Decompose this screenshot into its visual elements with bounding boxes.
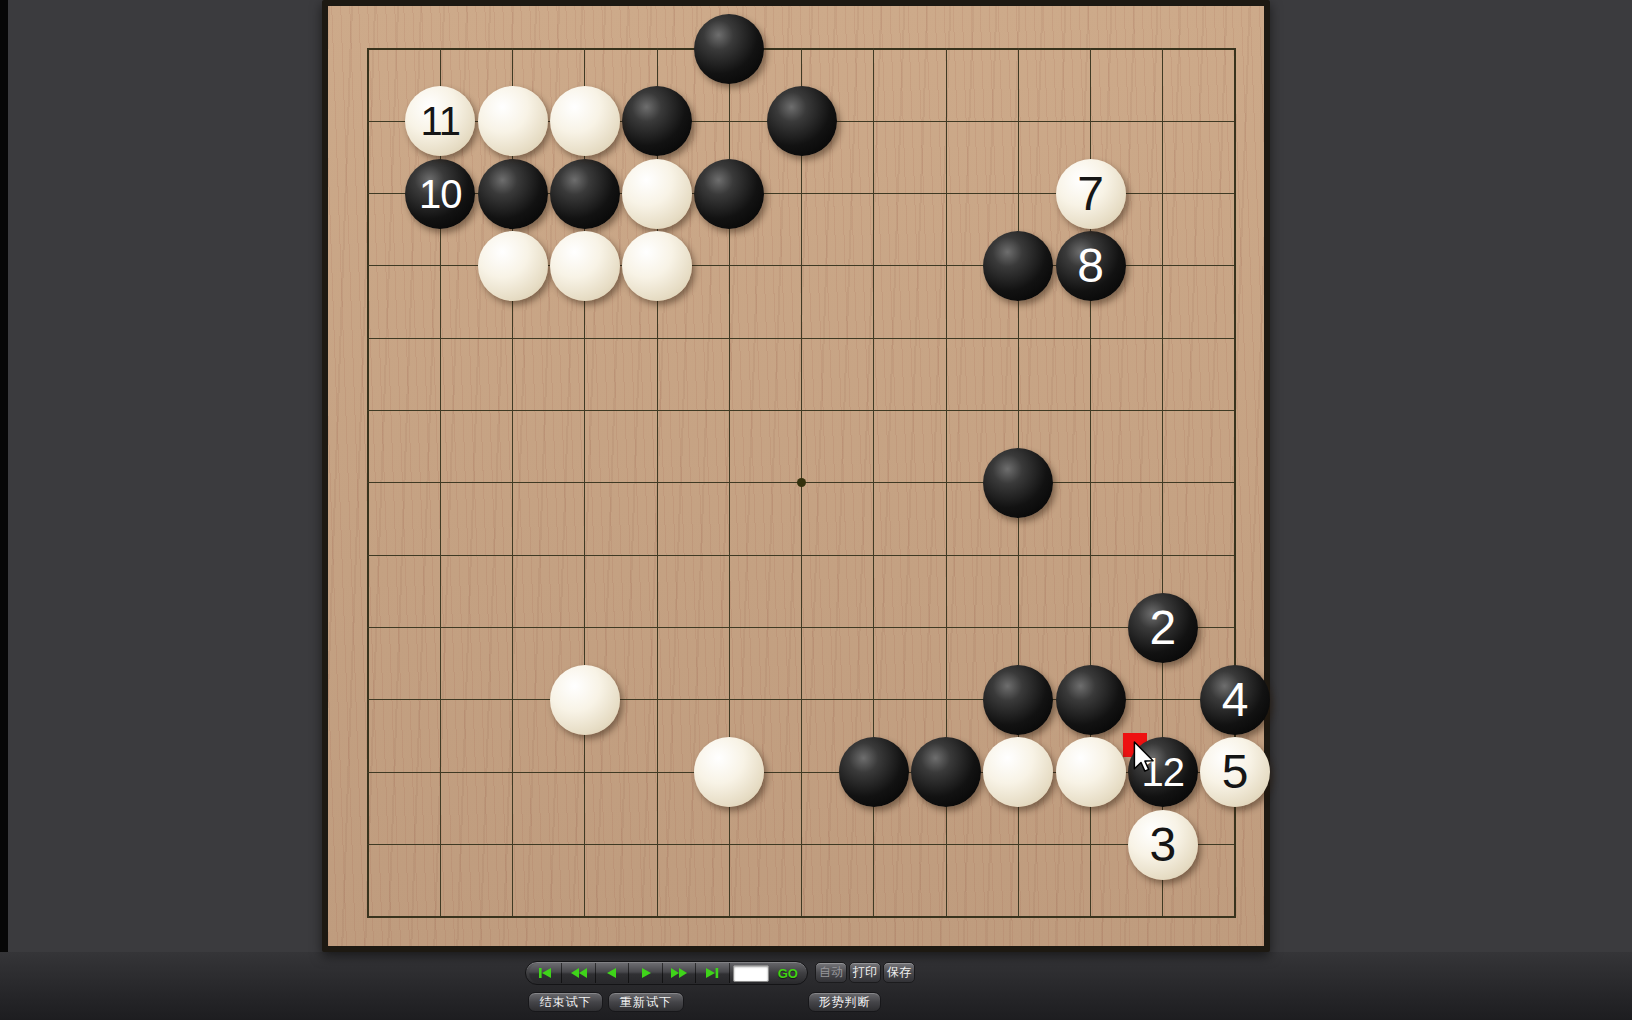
- go-stone-black[interactable]: 2: [1128, 593, 1198, 663]
- star-point: [797, 478, 806, 487]
- grid-line-horizontal: [367, 627, 1236, 628]
- auto-button[interactable]: 自动: [815, 962, 847, 983]
- go-stone-white[interactable]: [983, 737, 1053, 807]
- grid-line-horizontal: [367, 555, 1236, 556]
- last-move-button[interactable]: [696, 963, 729, 983]
- go-stone-white[interactable]: 3: [1128, 810, 1198, 880]
- go-stone-black[interactable]: [983, 665, 1053, 735]
- go-stone-black[interactable]: [839, 737, 909, 807]
- grid-line-horizontal: [367, 916, 1236, 918]
- judge-position-button[interactable]: 形势判断: [808, 992, 881, 1012]
- go-stone-black[interactable]: [983, 231, 1053, 301]
- go-stone-black[interactable]: [622, 86, 692, 156]
- go-stone-white[interactable]: [550, 231, 620, 301]
- move-number-label: 12: [1142, 752, 1185, 792]
- go-stone-black[interactable]: [1056, 665, 1126, 735]
- go-stone-black[interactable]: [478, 159, 548, 229]
- go-stone-white[interactable]: [622, 231, 692, 301]
- go-stone-black[interactable]: 12: [1128, 737, 1198, 807]
- move-number-label: 3: [1149, 821, 1176, 869]
- move-number-label: 11: [420, 101, 460, 141]
- skip-to-end-icon: [703, 967, 721, 979]
- move-number-label: 2: [1149, 604, 1176, 652]
- forward-button[interactable]: [629, 963, 662, 983]
- go-button[interactable]: GO: [772, 966, 804, 981]
- go-stone-black[interactable]: 4: [1200, 665, 1270, 735]
- go-stone-white[interactable]: 11: [405, 86, 475, 156]
- go-stone-black[interactable]: [694, 14, 764, 84]
- move-number-label: 7: [1077, 170, 1104, 218]
- go-stone-black[interactable]: 8: [1056, 231, 1126, 301]
- grid-line-horizontal: [367, 844, 1236, 845]
- go-stone-black[interactable]: [911, 737, 981, 807]
- go-stone-black[interactable]: [694, 159, 764, 229]
- go-stone-black[interactable]: [767, 86, 837, 156]
- skip-to-start-icon: [536, 967, 554, 979]
- go-stone-white[interactable]: 7: [1056, 159, 1126, 229]
- go-stone-black[interactable]: 10: [405, 159, 475, 229]
- move-number-label: 8: [1077, 242, 1104, 290]
- move-number-label: 4: [1222, 676, 1249, 724]
- go-stone-white[interactable]: [622, 159, 692, 229]
- go-stone-white[interactable]: 5: [1200, 737, 1270, 807]
- fast-forward-button[interactable]: [663, 963, 696, 983]
- go-stone-black[interactable]: [983, 448, 1053, 518]
- go-stone-white[interactable]: [550, 665, 620, 735]
- left-edge-bar: [0, 0, 8, 1020]
- restart-trial-button[interactable]: 重新试下: [608, 992, 684, 1012]
- app-window: 108241211753: [0, 0, 1632, 1020]
- fast-forward-icon: [670, 967, 688, 979]
- go-stone-white[interactable]: [550, 86, 620, 156]
- print-button[interactable]: 打印: [849, 962, 881, 983]
- backward-button[interactable]: [596, 963, 629, 983]
- move-number-label: 10: [419, 174, 462, 214]
- forward-icon: [637, 967, 655, 979]
- first-move-button[interactable]: [529, 963, 562, 983]
- go-stone-white[interactable]: [478, 231, 548, 301]
- go-board[interactable]: 108241211753: [322, 0, 1270, 952]
- move-number-label: 5: [1222, 748, 1249, 796]
- go-stone-white[interactable]: [694, 737, 764, 807]
- go-stone-black[interactable]: [550, 159, 620, 229]
- backward-icon: [603, 967, 621, 979]
- move-number-input[interactable]: [733, 965, 769, 982]
- move-navigation-bar: GO: [525, 961, 808, 985]
- fast-backward-icon: [570, 967, 588, 979]
- fast-backward-button[interactable]: [562, 963, 595, 983]
- go-stone-white[interactable]: [478, 86, 548, 156]
- save-button[interactable]: 保存: [883, 962, 915, 983]
- go-stone-white[interactable]: [1056, 737, 1126, 807]
- end-trial-button[interactable]: 结束试下: [528, 992, 603, 1012]
